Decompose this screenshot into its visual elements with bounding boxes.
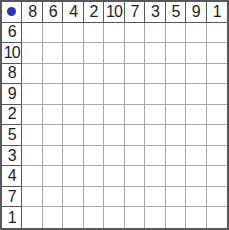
answer-cell[interactable]	[104, 43, 124, 64]
answer-cell[interactable]	[84, 166, 104, 187]
answer-cell[interactable]	[22, 105, 42, 126]
row-header-cell: 3	[2, 146, 22, 167]
col-header-cell: 3	[145, 2, 165, 23]
answer-cell[interactable]	[84, 43, 104, 64]
answer-cell[interactable]	[104, 64, 124, 85]
answer-cell[interactable]	[207, 166, 227, 187]
col-header-cell: 5	[166, 2, 186, 23]
row-header-cell: 6	[2, 23, 22, 44]
answer-cell[interactable]	[43, 207, 63, 228]
answer-cell[interactable]	[166, 146, 186, 167]
answer-cell[interactable]	[186, 84, 206, 105]
answer-cell[interactable]	[22, 84, 42, 105]
answer-cell[interactable]	[145, 207, 165, 228]
answer-cell[interactable]	[207, 23, 227, 44]
answer-cell[interactable]	[186, 187, 206, 208]
col-header-cell: 7	[125, 2, 145, 23]
answer-cell[interactable]	[145, 84, 165, 105]
answer-cell[interactable]	[104, 23, 124, 44]
answer-cell[interactable]	[63, 43, 83, 64]
answer-cell[interactable]	[125, 207, 145, 228]
answer-cell[interactable]	[125, 125, 145, 146]
answer-cell[interactable]	[145, 43, 165, 64]
answer-cell[interactable]	[186, 23, 206, 44]
col-header-cell: 1	[207, 2, 227, 23]
answer-cell[interactable]	[63, 207, 83, 228]
answer-cell[interactable]	[63, 64, 83, 85]
answer-cell[interactable]	[104, 187, 124, 208]
answer-cell[interactable]	[186, 146, 206, 167]
answer-cell[interactable]	[84, 207, 104, 228]
answer-cell[interactable]	[104, 105, 124, 126]
corner-cell	[2, 2, 22, 23]
answer-cell[interactable]	[43, 84, 63, 105]
answer-cell[interactable]	[166, 105, 186, 126]
answer-cell[interactable]	[104, 84, 124, 105]
multiplication-grid: 8642107359161089253471	[0, 0, 229, 230]
col-header-cell: 8	[22, 2, 42, 23]
answer-cell[interactable]	[63, 146, 83, 167]
answer-cell[interactable]	[207, 84, 227, 105]
answer-cell[interactable]	[84, 187, 104, 208]
answer-cell[interactable]	[104, 125, 124, 146]
answer-cell[interactable]	[22, 43, 42, 64]
answer-cell[interactable]	[63, 84, 83, 105]
answer-cell[interactable]	[207, 207, 227, 228]
answer-cell[interactable]	[22, 23, 42, 44]
answer-cell[interactable]	[22, 125, 42, 146]
row-header-cell: 7	[2, 187, 22, 208]
answer-cell[interactable]	[125, 64, 145, 85]
answer-cell[interactable]	[186, 105, 206, 126]
answer-cell[interactable]	[63, 125, 83, 146]
answer-cell[interactable]	[22, 64, 42, 85]
answer-cell[interactable]	[166, 125, 186, 146]
answer-cell[interactable]	[84, 64, 104, 85]
answer-cell[interactable]	[22, 187, 42, 208]
col-header-cell: 4	[63, 2, 83, 23]
answer-cell[interactable]	[125, 84, 145, 105]
answer-cell[interactable]	[22, 166, 42, 187]
answer-cell[interactable]	[145, 105, 165, 126]
answer-cell[interactable]	[125, 146, 145, 167]
answer-cell[interactable]	[63, 187, 83, 208]
answer-cell[interactable]	[207, 64, 227, 85]
answer-cell[interactable]	[125, 23, 145, 44]
row-header-cell: 9	[2, 84, 22, 105]
answer-cell[interactable]	[166, 187, 186, 208]
answer-cell[interactable]	[207, 187, 227, 208]
answer-cell[interactable]	[22, 146, 42, 167]
answer-cell[interactable]	[207, 146, 227, 167]
answer-cell[interactable]	[166, 43, 186, 64]
answer-cell[interactable]	[43, 64, 63, 85]
answer-cell[interactable]	[104, 207, 124, 228]
answer-cell[interactable]	[207, 125, 227, 146]
answer-cell[interactable]	[145, 187, 165, 208]
answer-cell[interactable]	[43, 105, 63, 126]
answer-cell[interactable]	[43, 43, 63, 64]
answer-cell[interactable]	[125, 166, 145, 187]
answer-cell[interactable]	[43, 187, 63, 208]
row-header-cell: 5	[2, 125, 22, 146]
row-header-cell: 8	[2, 64, 22, 85]
answer-cell[interactable]	[104, 146, 124, 167]
answer-cell[interactable]	[166, 207, 186, 228]
answer-cell[interactable]	[84, 125, 104, 146]
row-header-cell: 4	[2, 166, 22, 187]
answer-cell[interactable]	[145, 64, 165, 85]
answer-cell[interactable]	[104, 166, 124, 187]
answer-cell[interactable]	[125, 43, 145, 64]
answer-cell[interactable]	[63, 23, 83, 44]
answer-cell[interactable]	[43, 166, 63, 187]
answer-cell[interactable]	[145, 146, 165, 167]
answer-cell[interactable]	[186, 207, 206, 228]
answer-cell[interactable]	[166, 166, 186, 187]
row-header-cell: 2	[2, 105, 22, 126]
answer-cell[interactable]	[166, 23, 186, 44]
answer-cell[interactable]	[207, 105, 227, 126]
answer-cell[interactable]	[84, 146, 104, 167]
answer-cell[interactable]	[166, 64, 186, 85]
answer-cell[interactable]	[145, 23, 165, 44]
answer-cell[interactable]	[84, 84, 104, 105]
col-header-cell: 2	[84, 2, 104, 23]
answer-cell[interactable]	[84, 23, 104, 44]
answer-cell[interactable]	[186, 125, 206, 146]
answer-cell[interactable]	[125, 105, 145, 126]
answer-cell[interactable]	[186, 64, 206, 85]
answer-cell[interactable]	[43, 146, 63, 167]
answer-cell[interactable]	[43, 23, 63, 44]
answer-cell[interactable]	[43, 125, 63, 146]
answer-cell[interactable]	[186, 43, 206, 64]
answer-cell[interactable]	[84, 105, 104, 126]
answer-cell[interactable]	[145, 125, 165, 146]
answer-cell[interactable]	[166, 84, 186, 105]
answer-cell[interactable]	[207, 43, 227, 64]
answer-cell[interactable]	[145, 166, 165, 187]
answer-cell[interactable]	[186, 166, 206, 187]
col-header-cell: 6	[43, 2, 63, 23]
answer-cell[interactable]	[125, 187, 145, 208]
col-header-cell: 9	[186, 2, 206, 23]
answer-cell[interactable]	[63, 105, 83, 126]
row-header-cell: 10	[2, 43, 22, 64]
answer-cell[interactable]	[22, 207, 42, 228]
row-header-cell: 1	[2, 207, 22, 228]
answer-cell[interactable]	[63, 166, 83, 187]
col-header-cell: 10	[104, 2, 124, 23]
blue-dot-icon	[7, 7, 16, 16]
